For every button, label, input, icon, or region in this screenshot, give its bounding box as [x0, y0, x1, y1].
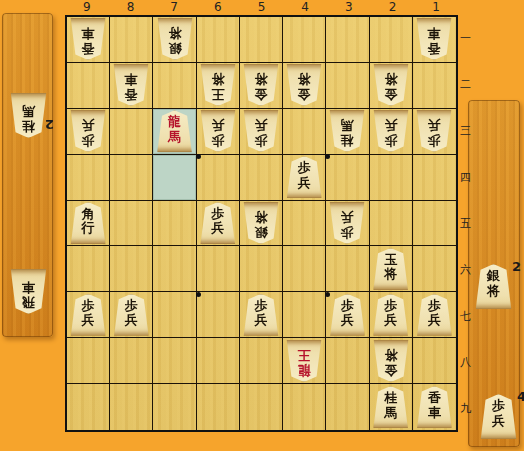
- piece-kanji: 歩兵: [329, 294, 365, 336]
- piece-kanji: 歩兵: [70, 110, 106, 152]
- square-64[interactable]: [197, 155, 240, 201]
- sente-horse-piece[interactable]: 龍馬: [157, 110, 193, 152]
- file-label-1: 1: [414, 0, 458, 14]
- kanji-char: 歩: [298, 161, 311, 176]
- kanji-char: 龍: [168, 115, 181, 130]
- kanji-char: 金: [298, 87, 311, 102]
- square-82[interactable]: 香車: [110, 63, 153, 109]
- square-53[interactable]: 歩兵: [240, 109, 283, 155]
- square-92[interactable]: [67, 63, 110, 109]
- sente-king-piece[interactable]: 玉将: [373, 248, 409, 290]
- square-14[interactable]: [413, 155, 456, 201]
- kanji-char: 将: [254, 210, 267, 225]
- kanji-char: 馬: [22, 104, 35, 119]
- gote-rook-piece[interactable]: 飛車: [10, 269, 47, 314]
- square-41[interactable]: [283, 17, 326, 63]
- gote-lance-piece[interactable]: 香車: [70, 18, 106, 60]
- gote-pawn-piece[interactable]: 歩兵: [200, 110, 236, 152]
- square-25[interactable]: [370, 201, 413, 247]
- square-94[interactable]: [67, 155, 110, 201]
- sente-lance-piece[interactable]: 香車: [416, 386, 452, 428]
- square-38[interactable]: [326, 338, 369, 384]
- file-label-3: 3: [327, 0, 371, 14]
- piece-kanji: 歩兵: [416, 294, 452, 336]
- kanji-char: 龍: [298, 362, 311, 377]
- sente-captured-tray: 銀将2歩兵4: [468, 100, 520, 447]
- kanji-char: 将: [168, 26, 181, 41]
- kanji-char: 金: [384, 87, 397, 102]
- piece-kanji: 歩兵: [243, 294, 279, 336]
- star-point: [325, 154, 330, 159]
- piece-kanji: 桂馬: [373, 386, 409, 428]
- square-76[interactable]: [153, 246, 196, 292]
- kanji-char: 将: [487, 284, 500, 299]
- piece-kanji: 金将: [286, 64, 322, 106]
- kanji-char: 歩: [254, 299, 267, 314]
- square-78[interactable]: [153, 338, 196, 384]
- rank-label-8: 八: [458, 339, 473, 385]
- piece-kanji: 龍王: [286, 340, 322, 382]
- kanji-char: 兵: [211, 118, 224, 133]
- shogi-board: 香車銀将香車香車王将金将金将金将歩兵龍馬歩兵歩兵桂馬歩兵歩兵歩兵角行歩兵銀将歩兵…: [65, 15, 458, 432]
- kanji-char: 兵: [254, 313, 267, 328]
- square-17[interactable]: 歩兵: [413, 292, 456, 338]
- piece-kanji: 歩兵: [329, 202, 365, 244]
- square-65[interactable]: 歩兵: [197, 201, 240, 247]
- square-28[interactable]: 金将: [370, 338, 413, 384]
- square-62[interactable]: 王将: [197, 63, 240, 109]
- kanji-char: 歩: [492, 399, 505, 414]
- kanji-char: 行: [82, 221, 95, 236]
- gote-pawn-piece[interactable]: 歩兵: [416, 110, 452, 152]
- kanji-char: 車: [125, 72, 138, 87]
- kanji-char: 桂: [384, 391, 397, 406]
- square-36[interactable]: [326, 246, 369, 292]
- kanji-char: 歩: [254, 133, 267, 148]
- sente-hand-pawn[interactable]: 歩兵4: [479, 393, 517, 439]
- kanji-char: 桂: [341, 133, 354, 148]
- gote-gold-piece[interactable]: 金将: [286, 64, 322, 106]
- rank-label-7: 七: [458, 293, 473, 339]
- square-67[interactable]: [197, 292, 240, 338]
- file-label-6: 6: [196, 0, 240, 14]
- rank-label-1: 一: [458, 15, 473, 61]
- square-85[interactable]: [110, 201, 153, 247]
- kanji-char: 車: [22, 280, 35, 295]
- gote-king-piece[interactable]: 王将: [200, 64, 236, 106]
- gote-pawn-piece[interactable]: 歩兵: [329, 202, 365, 244]
- square-27[interactable]: 歩兵: [370, 292, 413, 338]
- kanji-char: 将: [384, 72, 397, 87]
- piece-kanji: 歩兵: [200, 202, 236, 244]
- square-81[interactable]: [110, 17, 153, 63]
- piece-kanji: 龍馬: [157, 110, 193, 152]
- square-73[interactable]: 龍馬: [153, 109, 196, 155]
- square-95[interactable]: 角行: [67, 201, 110, 247]
- kanji-char: 飛: [22, 295, 35, 310]
- file-label-7: 7: [152, 0, 196, 14]
- kanji-char: 銀: [487, 269, 500, 284]
- square-33[interactable]: 桂馬: [326, 109, 369, 155]
- sente-bishop-piece[interactable]: 角行: [70, 202, 106, 244]
- kanji-char: 馬: [168, 130, 181, 145]
- kanji-char: 将: [254, 72, 267, 87]
- square-71[interactable]: 銀将: [153, 17, 196, 63]
- kanji-char: 歩: [341, 224, 354, 239]
- kanji-char: 兵: [384, 118, 397, 133]
- square-15[interactable]: [413, 201, 456, 247]
- kanji-char: 兵: [125, 313, 138, 328]
- kanji-char: 銀: [168, 41, 181, 56]
- sente-pawn-piece[interactable]: 歩兵: [416, 294, 452, 336]
- file-label-5: 5: [240, 0, 284, 14]
- square-59[interactable]: [240, 384, 283, 430]
- sente-pawn-piece[interactable]: 歩兵: [373, 294, 409, 336]
- kanji-char: 王: [211, 87, 224, 102]
- square-68[interactable]: [197, 338, 240, 384]
- kanji-char: 兵: [82, 118, 95, 133]
- shogi-app: 桂馬2飛車 銀将2歩兵4 987654321 一二三四五六七八九 香車銀将香車香…: [0, 0, 524, 451]
- star-point: [196, 292, 201, 297]
- square-21[interactable]: [370, 17, 413, 63]
- kanji-char: 兵: [341, 313, 354, 328]
- kanji-char: 歩: [384, 133, 397, 148]
- square-52[interactable]: 金将: [240, 63, 283, 109]
- kanji-char: 将: [384, 267, 397, 282]
- kanji-char: 銀: [254, 224, 267, 239]
- piece-kanji: 玉将: [373, 248, 409, 290]
- kanji-char: 香: [82, 41, 95, 56]
- kanji-char: 馬: [384, 406, 397, 421]
- kanji-char: 車: [82, 26, 95, 41]
- piece-kanji: 銀将: [243, 202, 279, 244]
- square-46[interactable]: [283, 246, 326, 292]
- square-55[interactable]: 銀将: [240, 201, 283, 247]
- gote-silver-piece[interactable]: 銀将: [243, 202, 279, 244]
- square-99[interactable]: [67, 384, 110, 430]
- kanji-char: 馬: [341, 118, 354, 133]
- square-83[interactable]: [110, 109, 153, 155]
- piece-kanji: 歩兵: [70, 294, 106, 336]
- square-91[interactable]: 香車: [67, 17, 110, 63]
- gote-hand-knight-count: 2: [45, 117, 54, 132]
- kanji-char: 兵: [298, 176, 311, 191]
- piece-kanji: 銀将: [157, 18, 193, 60]
- square-45[interactable]: [283, 201, 326, 247]
- square-11[interactable]: 香車: [413, 17, 456, 63]
- piece-kanji: 金将: [243, 64, 279, 106]
- piece-kanji: 香車: [70, 18, 106, 60]
- square-84[interactable]: [110, 155, 153, 201]
- piece-kanji: 金将: [373, 340, 409, 382]
- square-61[interactable]: [197, 17, 240, 63]
- kanji-char: 兵: [428, 313, 441, 328]
- sente-pawn-piece[interactable]: 歩兵: [329, 294, 365, 336]
- gote-pawn-piece[interactable]: 歩兵: [243, 110, 279, 152]
- sente-silver-piece[interactable]: 銀将: [475, 264, 512, 309]
- file-label-2: 2: [371, 0, 415, 14]
- file-label-8: 8: [109, 0, 153, 14]
- kanji-char: 車: [428, 406, 441, 421]
- piece-kanji: 桂馬: [10, 93, 47, 138]
- square-16[interactable]: [413, 246, 456, 292]
- star-point: [325, 292, 330, 297]
- kanji-char: 将: [211, 72, 224, 87]
- square-69[interactable]: [197, 384, 240, 430]
- gote-gold-piece[interactable]: 金将: [373, 64, 409, 106]
- piece-kanji: 歩兵: [373, 294, 409, 336]
- board-grid: 香車銀将香車香車王将金将金将金将歩兵龍馬歩兵歩兵桂馬歩兵歩兵歩兵角行歩兵銀将歩兵…: [67, 17, 456, 430]
- kanji-char: 兵: [428, 118, 441, 133]
- sente-knight-piece[interactable]: 桂馬: [373, 386, 409, 428]
- piece-kanji: 歩兵: [113, 294, 149, 336]
- piece-kanji: 王将: [200, 64, 236, 106]
- file-label-9: 9: [65, 0, 109, 14]
- sente-pawn-piece[interactable]: 歩兵: [70, 294, 106, 336]
- square-12[interactable]: [413, 63, 456, 109]
- square-29[interactable]: 桂馬: [370, 384, 413, 430]
- gote-dragon-piece[interactable]: 龍王: [286, 340, 322, 382]
- square-49[interactable]: [283, 384, 326, 430]
- star-point: [196, 154, 201, 159]
- file-labels: 987654321: [65, 0, 458, 14]
- square-74[interactable]: [153, 155, 196, 201]
- piece-kanji: 歩兵: [373, 110, 409, 152]
- square-98[interactable]: [67, 338, 110, 384]
- square-51[interactable]: [240, 17, 283, 63]
- piece-kanji: 桂馬: [329, 110, 365, 152]
- square-43[interactable]: [283, 109, 326, 155]
- square-44[interactable]: 歩兵: [283, 155, 326, 201]
- piece-kanji: 銀将: [475, 264, 512, 309]
- gote-lance-piece[interactable]: 香車: [113, 64, 149, 106]
- piece-kanji: 歩兵: [243, 110, 279, 152]
- kanji-char: 将: [298, 72, 311, 87]
- square-56[interactable]: [240, 246, 283, 292]
- rank-label-5: 五: [458, 200, 473, 246]
- kanji-char: 歩: [428, 133, 441, 148]
- square-31[interactable]: [326, 17, 369, 63]
- square-66[interactable]: [197, 246, 240, 292]
- piece-kanji: 歩兵: [286, 156, 322, 198]
- gote-knight-piece[interactable]: 桂馬: [329, 110, 365, 152]
- square-23[interactable]: 歩兵: [370, 109, 413, 155]
- square-88[interactable]: [110, 338, 153, 384]
- gote-knight-piece[interactable]: 桂馬: [10, 93, 47, 138]
- piece-kanji: 角行: [70, 202, 106, 244]
- sente-pawn-piece[interactable]: 歩兵: [113, 294, 149, 336]
- square-35[interactable]: 歩兵: [326, 201, 369, 247]
- kanji-char: 兵: [211, 221, 224, 236]
- rank-label-4: 四: [458, 154, 473, 200]
- square-54[interactable]: [240, 155, 283, 201]
- kanji-char: 桂: [22, 119, 35, 134]
- gote-lance-piece[interactable]: 香車: [416, 18, 452, 60]
- square-39[interactable]: [326, 384, 369, 430]
- square-26[interactable]: 玉将: [370, 246, 413, 292]
- square-72[interactable]: [153, 63, 196, 109]
- square-22[interactable]: 金将: [370, 63, 413, 109]
- piece-kanji: 香車: [416, 18, 452, 60]
- kanji-char: 歩: [211, 133, 224, 148]
- piece-kanji: 香車: [113, 64, 149, 106]
- rank-label-9: 九: [458, 386, 473, 432]
- square-32[interactable]: [326, 63, 369, 109]
- kanji-char: 香: [125, 87, 138, 102]
- piece-kanji: 歩兵: [416, 110, 452, 152]
- square-96[interactable]: [67, 246, 110, 292]
- kanji-char: 角: [82, 207, 95, 222]
- sente-pawn-piece[interactable]: 歩兵: [200, 202, 236, 244]
- piece-kanji: 歩兵: [200, 110, 236, 152]
- piece-kanji: 香車: [416, 386, 452, 428]
- kanji-char: 歩: [82, 299, 95, 314]
- kanji-char: 歩: [384, 299, 397, 314]
- gote-gold-piece[interactable]: 金将: [243, 64, 279, 106]
- kanji-char: 香: [428, 41, 441, 56]
- square-58[interactable]: [240, 338, 283, 384]
- kanji-char: 金: [384, 362, 397, 377]
- square-75[interactable]: [153, 201, 196, 247]
- kanji-char: 歩: [341, 299, 354, 314]
- gote-hand-knight[interactable]: 桂馬2: [9, 92, 47, 138]
- square-34[interactable]: [326, 155, 369, 201]
- kanji-char: 歩: [428, 299, 441, 314]
- kanji-char: 香: [428, 391, 441, 406]
- kanji-char: 玉: [384, 253, 397, 268]
- kanji-char: 歩: [82, 133, 95, 148]
- gote-hand-rook[interactable]: 飛車: [9, 268, 47, 314]
- square-97[interactable]: 歩兵: [67, 292, 110, 338]
- sente-pawn-piece[interactable]: 歩兵: [480, 394, 517, 439]
- sente-hand-silver[interactable]: 銀将2: [474, 263, 512, 309]
- square-19[interactable]: 香車: [413, 384, 456, 430]
- kanji-char: 兵: [254, 118, 267, 133]
- piece-kanji: 歩兵: [480, 394, 517, 439]
- square-48[interactable]: 龍王: [283, 338, 326, 384]
- piece-kanji: 金将: [373, 64, 409, 106]
- kanji-char: 兵: [341, 210, 354, 225]
- sente-hand-silver-count: 2: [512, 259, 521, 274]
- square-47[interactable]: [283, 292, 326, 338]
- square-89[interactable]: [110, 384, 153, 430]
- kanji-char: 兵: [492, 414, 505, 429]
- sente-pawn-piece[interactable]: 歩兵: [243, 294, 279, 336]
- rank-labels: 一二三四五六七八九: [458, 15, 473, 432]
- square-37[interactable]: 歩兵: [326, 292, 369, 338]
- file-label-4: 4: [283, 0, 327, 14]
- sente-pawn-piece[interactable]: 歩兵: [286, 156, 322, 198]
- kanji-char: 歩: [211, 207, 224, 222]
- square-86[interactable]: [110, 246, 153, 292]
- kanji-char: 将: [384, 348, 397, 363]
- kanji-char: 兵: [82, 313, 95, 328]
- rank-label-2: 二: [458, 61, 473, 107]
- kanji-char: 王: [298, 348, 311, 363]
- kanji-char: 金: [254, 87, 267, 102]
- square-77[interactable]: [153, 292, 196, 338]
- gote-gold-piece[interactable]: 金将: [373, 340, 409, 382]
- square-87[interactable]: 歩兵: [110, 292, 153, 338]
- square-93[interactable]: 歩兵: [67, 109, 110, 155]
- square-57[interactable]: 歩兵: [240, 292, 283, 338]
- piece-kanji: 飛車: [10, 269, 47, 314]
- square-79[interactable]: [153, 384, 196, 430]
- kanji-char: 兵: [384, 313, 397, 328]
- square-42[interactable]: 金将: [283, 63, 326, 109]
- kanji-char: 歩: [125, 299, 138, 314]
- rank-label-3: 三: [458, 108, 473, 154]
- square-13[interactable]: 歩兵: [413, 109, 456, 155]
- square-24[interactable]: [370, 155, 413, 201]
- square-18[interactable]: [413, 338, 456, 384]
- gote-silver-piece[interactable]: 銀将: [157, 18, 193, 60]
- square-63[interactable]: 歩兵: [197, 109, 240, 155]
- gote-captured-tray: 桂馬2飛車: [2, 13, 53, 337]
- sente-hand-pawn-count: 4: [517, 389, 524, 404]
- kanji-char: 車: [428, 26, 441, 41]
- rank-label-6: 六: [458, 247, 473, 293]
- gote-pawn-piece[interactable]: 歩兵: [70, 110, 106, 152]
- gote-pawn-piece[interactable]: 歩兵: [373, 110, 409, 152]
